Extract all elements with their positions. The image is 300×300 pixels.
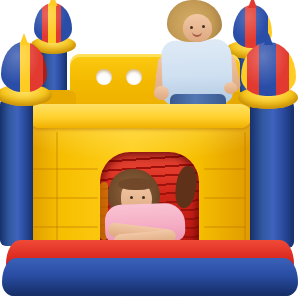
wall-seam	[204, 197, 246, 199]
wall-seam	[32, 197, 98, 199]
wall-seam	[204, 168, 246, 170]
vent-hole-2	[126, 69, 142, 85]
wall-seam	[204, 226, 246, 228]
wall-seam	[32, 168, 98, 170]
boy-left-hand	[154, 86, 169, 100]
wall-seam	[32, 226, 98, 228]
interior-shadow	[173, 165, 199, 209]
front-wall-top-tube	[28, 104, 252, 128]
tower-front-right-dome	[241, 42, 296, 96]
product-photo-inflatable-castle	[0, 0, 300, 300]
boy-right-eye	[202, 25, 205, 28]
girl-left-eye	[130, 196, 133, 199]
tower-rear-left-dome	[34, 3, 72, 43]
boy-right-hand	[224, 82, 237, 94]
tower-front-right-column	[250, 98, 294, 248]
vent-hole-1	[96, 69, 112, 85]
wall-seam	[56, 132, 58, 248]
boy-left-eye	[190, 26, 193, 29]
boy-figure	[150, 0, 242, 120]
boy-face	[183, 14, 212, 42]
base-ring-blue	[2, 258, 298, 296]
tower-front-left-column	[0, 96, 33, 246]
girl-hair-fringe	[118, 178, 154, 190]
entrance-arch	[100, 152, 199, 252]
girl-right-eye	[142, 196, 145, 199]
wall-seam	[244, 132, 246, 248]
